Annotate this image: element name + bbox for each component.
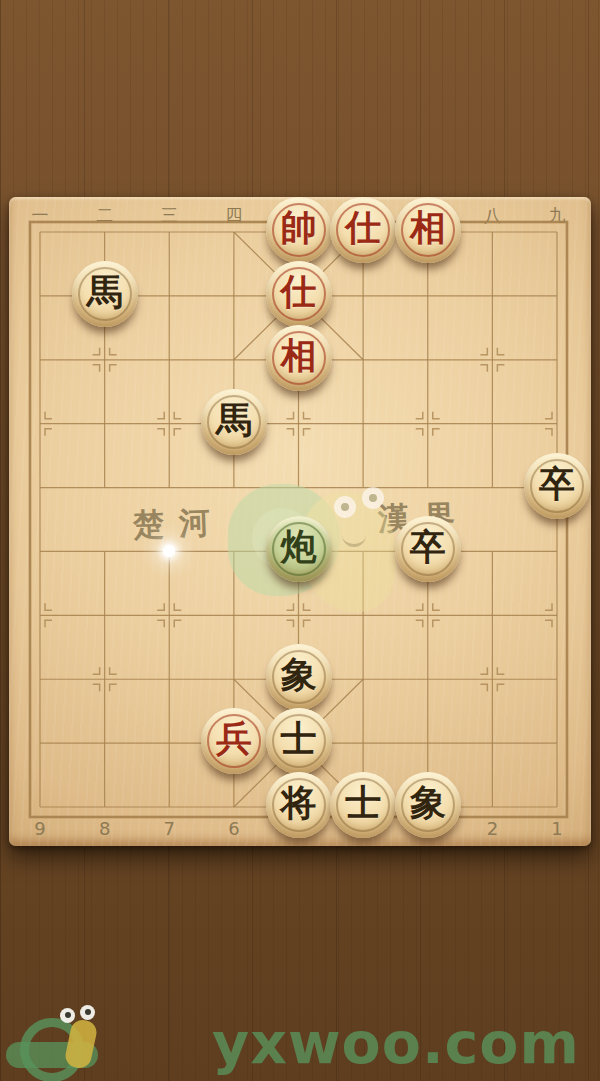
red-general-piece[interactable]: 帥 bbox=[266, 197, 332, 263]
black-pawn-piece[interactable]: 卒 bbox=[395, 516, 461, 582]
piece-glyph: 象 bbox=[281, 657, 317, 693]
red-elephant-piece[interactable]: 相 bbox=[266, 325, 332, 391]
piece-glyph: 象 bbox=[410, 785, 446, 821]
red-pawn-piece[interactable]: 兵 bbox=[201, 708, 267, 774]
piece-glyph: 仕 bbox=[345, 210, 381, 246]
black-cannon-piece[interactable]: 炮 bbox=[266, 516, 332, 582]
red-advisor-piece[interactable]: 仕 bbox=[266, 261, 332, 327]
piece-glyph: 馬 bbox=[87, 274, 123, 310]
red-elephant-piece[interactable]: 相 bbox=[395, 197, 461, 263]
black-horse-piece[interactable]: 馬 bbox=[201, 389, 267, 455]
piece-glyph: 馬 bbox=[216, 402, 252, 438]
black-elephant-piece[interactable]: 象 bbox=[266, 644, 332, 710]
black-elephant-piece[interactable]: 象 bbox=[395, 772, 461, 838]
black-general-piece[interactable]: 将 bbox=[266, 772, 332, 838]
snail-pupil-right bbox=[369, 494, 377, 502]
piece-glyph: 相 bbox=[410, 210, 446, 246]
red-advisor-piece[interactable]: 仕 bbox=[330, 197, 396, 263]
snail-pupil-left bbox=[341, 503, 349, 511]
piece-glyph: 仕 bbox=[281, 274, 317, 310]
piece-glyph: 将 bbox=[281, 785, 317, 821]
piece-glyph: 相 bbox=[281, 338, 317, 374]
piece-glyph: 兵 bbox=[216, 721, 252, 757]
piece-glyph: 卒 bbox=[539, 466, 575, 502]
piece-glyph: 士 bbox=[281, 721, 317, 757]
piece-glyph: 帥 bbox=[281, 210, 317, 246]
river-label-left: 楚河 bbox=[132, 501, 225, 546]
piece-glyph: 卒 bbox=[410, 529, 446, 565]
black-horse-piece[interactable]: 馬 bbox=[72, 261, 138, 327]
black-advisor-piece[interactable]: 士 bbox=[330, 772, 396, 838]
app-screen: 一二三四五六七八九 987654321 楚河 漢界 帥仕相馬仕相馬卒炮卒象兵士将… bbox=[0, 0, 600, 1081]
black-pawn-piece[interactable]: 卒 bbox=[524, 453, 590, 519]
piece-glyph: 炮 bbox=[281, 529, 317, 565]
piece-glyph: 士 bbox=[345, 785, 381, 821]
black-advisor-piece[interactable]: 士 bbox=[266, 708, 332, 774]
